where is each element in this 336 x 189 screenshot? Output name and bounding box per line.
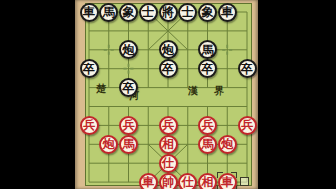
- video-frame: 楚 河 漢 界 車馬象士將士象車炮炮馬卒卒卒卒卒兵兵兵兵兵炮馬相馬炮仕車帥仕相車: [0, 0, 336, 189]
- piece-red-cannon-f8r7[interactable]: 炮: [218, 135, 237, 154]
- piece-red-pawn-f3r6[interactable]: 兵: [119, 116, 138, 135]
- river-label-left-1: 楚: [96, 84, 106, 94]
- piece-red-rook-f4r9[interactable]: 車: [139, 173, 158, 189]
- piece-red-cannon-f2r7[interactable]: 炮: [99, 135, 118, 154]
- piece-red-pawn-f9r6[interactable]: 兵: [238, 116, 257, 135]
- piece-black-rook-f8r0[interactable]: 車: [218, 3, 237, 22]
- piece-red-rook-f8r9[interactable]: 車: [218, 173, 237, 189]
- letterbox-right: [258, 0, 336, 189]
- piece-red-pawn-f5r6[interactable]: 兵: [159, 116, 178, 135]
- piece-black-pawn-f9r3[interactable]: 卒: [238, 59, 257, 78]
- river-label-right-1: 漢: [188, 86, 198, 96]
- piece-red-general-f5r9[interactable]: 帥: [159, 173, 178, 189]
- piece-black-elephant-f7r0[interactable]: 象: [198, 3, 217, 22]
- river-label-right-2: 界: [214, 86, 224, 96]
- piece-red-elephant-f7r9[interactable]: 相: [198, 173, 217, 189]
- piece-red-horse-f3r7[interactable]: 馬: [119, 135, 138, 154]
- piece-black-horse-f2r0[interactable]: 馬: [99, 3, 118, 22]
- piece-black-general-f5r0[interactable]: 將: [159, 3, 178, 22]
- letterbox-left: [0, 0, 75, 189]
- piece-black-advisor-f6r0[interactable]: 士: [178, 3, 197, 22]
- piece-black-pawn-f3r4[interactable]: 卒: [119, 78, 138, 97]
- piece-black-advisor-f4r0[interactable]: 士: [139, 3, 158, 22]
- piece-black-pawn-f1r3[interactable]: 卒: [80, 59, 99, 78]
- piece-black-cannon-f5r2[interactable]: 炮: [159, 40, 178, 59]
- piece-red-horse-f7r7[interactable]: 馬: [198, 135, 217, 154]
- piece-black-rook-f1r0[interactable]: 車: [80, 3, 99, 22]
- piece-black-pawn-f5r3[interactable]: 卒: [159, 59, 178, 78]
- piece-red-advisor-f6r9[interactable]: 仕: [178, 173, 197, 189]
- piece-red-pawn-f1r6[interactable]: 兵: [80, 116, 99, 135]
- piece-red-advisor-f5r8[interactable]: 仕: [159, 154, 178, 173]
- piece-red-elephant-f5r7[interactable]: 相: [159, 135, 178, 154]
- piece-red-pawn-f7r6[interactable]: 兵: [198, 116, 217, 135]
- piece-black-elephant-f3r0[interactable]: 象: [119, 3, 138, 22]
